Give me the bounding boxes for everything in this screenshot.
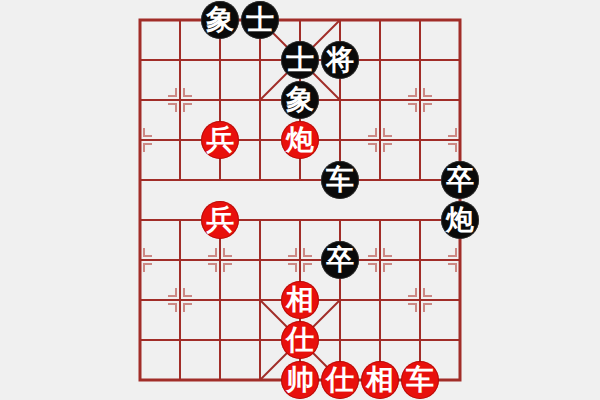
board-point-f6-r0[interactable] (320, 0, 360, 40)
board-point-f2-r8[interactable] (160, 320, 200, 360)
board-point-f7-r0[interactable] (360, 0, 400, 40)
piece-black-soldier[interactable]: 卒 (441, 161, 479, 199)
pieces-layer: 象士士将象兵炮车卒兵炮卒相仕帅仕相车 (120, 0, 480, 400)
piece-black-elephant[interactable]: 象 (201, 1, 239, 39)
board-point-f4-r0[interactable]: 士 (240, 0, 280, 40)
board-point-f7-r3[interactable] (360, 120, 400, 160)
board-point-f4-r2[interactable] (240, 80, 280, 120)
board-point-f9-r4[interactable]: 卒 (440, 160, 480, 200)
board-point-f5-r0[interactable] (280, 0, 320, 40)
board-point-f5-r5[interactable] (280, 200, 320, 240)
board-point-f4-r6[interactable] (240, 240, 280, 280)
board-point-f3-r0[interactable]: 象 (200, 0, 240, 40)
board-point-f2-r0[interactable] (160, 0, 200, 40)
board-point-f3-r5[interactable]: 兵 (200, 200, 240, 240)
board-point-f2-r2[interactable] (160, 80, 200, 120)
board-point-f5-r4[interactable] (280, 160, 320, 200)
piece-red-elephant[interactable]: 相 (361, 361, 399, 399)
piece-red-elephant[interactable]: 相 (281, 281, 319, 319)
board-point-f7-r1[interactable] (360, 40, 400, 80)
board-point-f8-r4[interactable] (400, 160, 440, 200)
board-point-f3-r8[interactable] (200, 320, 240, 360)
board-point-f1-r9[interactable] (120, 360, 160, 400)
board-point-f6-r4[interactable]: 车 (320, 160, 360, 200)
board-point-f3-r9[interactable] (200, 360, 240, 400)
board-point-f8-r5[interactable] (400, 200, 440, 240)
board-point-f6-r1[interactable]: 将 (320, 40, 360, 80)
board-point-f3-r7[interactable] (200, 280, 240, 320)
piece-black-advisor[interactable]: 士 (281, 41, 319, 79)
piece-black-advisor[interactable]: 士 (241, 1, 279, 39)
piece-black-elephant[interactable]: 象 (281, 81, 319, 119)
board-point-f5-r1[interactable]: 士 (280, 40, 320, 80)
board-point-f4-r8[interactable] (240, 320, 280, 360)
board-point-f8-r9[interactable]: 车 (400, 360, 440, 400)
board-point-f5-r2[interactable]: 象 (280, 80, 320, 120)
board-point-f4-r3[interactable] (240, 120, 280, 160)
board-point-f9-r6[interactable] (440, 240, 480, 280)
board-point-f7-r5[interactable] (360, 200, 400, 240)
board-point-f6-r6[interactable]: 卒 (320, 240, 360, 280)
board-point-f1-r1[interactable] (120, 40, 160, 80)
board-point-f1-r4[interactable] (120, 160, 160, 200)
board-point-f2-r3[interactable] (160, 120, 200, 160)
board-point-f7-r7[interactable] (360, 280, 400, 320)
board-point-f5-r3[interactable]: 炮 (280, 120, 320, 160)
board-point-f3-r1[interactable] (200, 40, 240, 80)
board-point-f4-r1[interactable] (240, 40, 280, 80)
board-point-f9-r0[interactable] (440, 0, 480, 40)
piece-black-king[interactable]: 将 (321, 41, 359, 79)
board-point-f2-r4[interactable] (160, 160, 200, 200)
piece-red-cannon[interactable]: 炮 (281, 121, 319, 159)
piece-red-chariot[interactable]: 车 (401, 361, 439, 399)
piece-red-soldier[interactable]: 兵 (201, 201, 239, 239)
board-point-f6-r3[interactable] (320, 120, 360, 160)
piece-red-soldier[interactable]: 兵 (201, 121, 239, 159)
board-point-f9-r7[interactable] (440, 280, 480, 320)
board-point-f9-r1[interactable] (440, 40, 480, 80)
board-point-f8-r0[interactable] (400, 0, 440, 40)
piece-red-advisor[interactable]: 仕 (321, 361, 359, 399)
board-point-f6-r8[interactable] (320, 320, 360, 360)
board-point-f2-r9[interactable] (160, 360, 200, 400)
board-point-f2-r5[interactable] (160, 200, 200, 240)
board-point-f3-r2[interactable] (200, 80, 240, 120)
board-point-f8-r3[interactable] (400, 120, 440, 160)
board-point-f4-r9[interactable] (240, 360, 280, 400)
board-point-f1-r6[interactable] (120, 240, 160, 280)
board-point-f1-r2[interactable] (120, 80, 160, 120)
board-point-f2-r7[interactable] (160, 280, 200, 320)
board-point-f1-r3[interactable] (120, 120, 160, 160)
board-point-f2-r1[interactable] (160, 40, 200, 80)
board-point-f7-r8[interactable] (360, 320, 400, 360)
board-point-f6-r2[interactable] (320, 80, 360, 120)
board-point-f7-r9[interactable]: 相 (360, 360, 400, 400)
board-point-f1-r0[interactable] (120, 0, 160, 40)
board-point-f9-r2[interactable] (440, 80, 480, 120)
board-point-f6-r7[interactable] (320, 280, 360, 320)
board-point-f8-r7[interactable] (400, 280, 440, 320)
board-point-f6-r9[interactable]: 仕 (320, 360, 360, 400)
board-point-f8-r1[interactable] (400, 40, 440, 80)
piece-black-chariot[interactable]: 车 (321, 161, 359, 199)
board-point-f9-r5[interactable]: 炮 (440, 200, 480, 240)
xiangqi-board: 象士士将象兵炮车卒兵炮卒相仕帅仕相车 (0, 0, 600, 400)
board-point-f7-r2[interactable] (360, 80, 400, 120)
board-point-f9-r9[interactable] (440, 360, 480, 400)
board-point-f5-r7[interactable]: 相 (280, 280, 320, 320)
board-point-f6-r5[interactable] (320, 200, 360, 240)
board-point-f8-r2[interactable] (400, 80, 440, 120)
board-point-f3-r4[interactable] (200, 160, 240, 200)
board-point-f1-r5[interactable] (120, 200, 160, 240)
board-point-f4-r7[interactable] (240, 280, 280, 320)
board-point-f5-r6[interactable] (280, 240, 320, 280)
board-point-f9-r3[interactable] (440, 120, 480, 160)
board-point-f4-r4[interactable] (240, 160, 280, 200)
board-point-f2-r6[interactable] (160, 240, 200, 280)
piece-black-soldier[interactable]: 卒 (321, 241, 359, 279)
board-point-f8-r8[interactable] (400, 320, 440, 360)
board-point-f1-r7[interactable] (120, 280, 160, 320)
board-point-f9-r8[interactable] (440, 320, 480, 360)
board-point-f7-r6[interactable] (360, 240, 400, 280)
board-point-f3-r3[interactable]: 兵 (200, 120, 240, 160)
board-point-f1-r8[interactable] (120, 320, 160, 360)
board-point-f5-r8[interactable]: 仕 (280, 320, 320, 360)
board-point-f4-r5[interactable] (240, 200, 280, 240)
piece-red-advisor[interactable]: 仕 (281, 321, 319, 359)
board-point-f3-r6[interactable] (200, 240, 240, 280)
piece-black-cannon[interactable]: 炮 (441, 201, 479, 239)
board-point-f8-r6[interactable] (400, 240, 440, 280)
board-point-f5-r9[interactable]: 帅 (280, 360, 320, 400)
piece-red-king[interactable]: 帅 (281, 361, 319, 399)
board-point-f7-r4[interactable] (360, 160, 400, 200)
